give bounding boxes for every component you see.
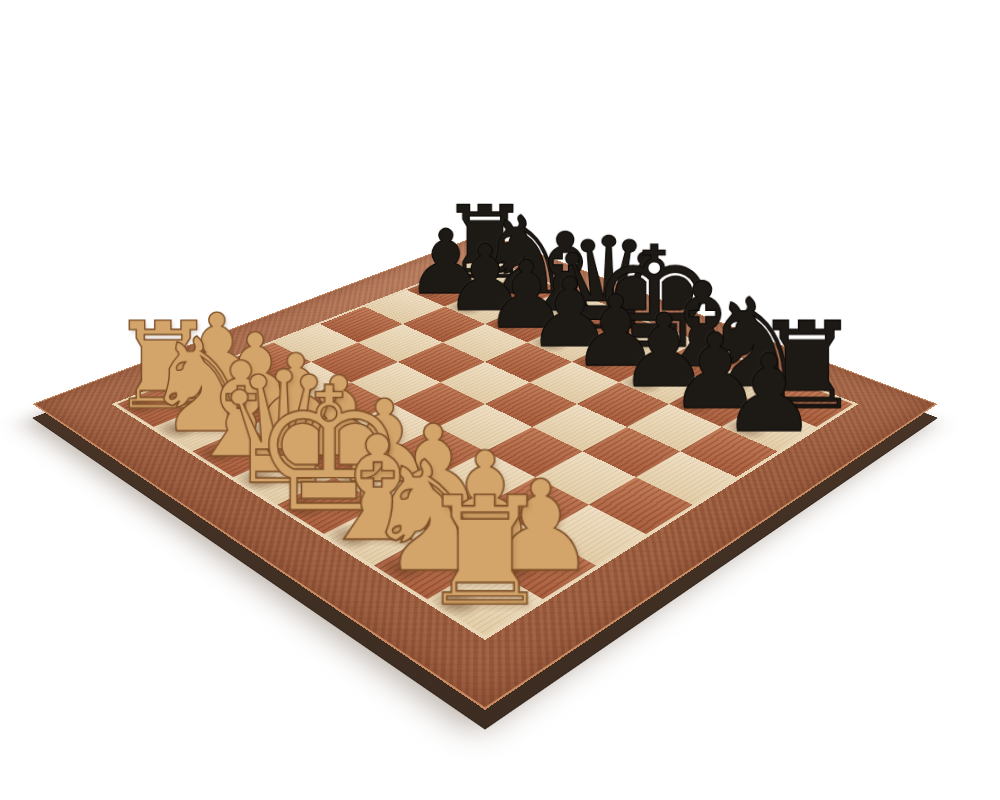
playing-area: ♜♞♝♛♚♝♞♜♟♟♟♟♟♟♟♟♟♟♟♟♟♟♟♟♜♞♝♛♚♝♞♜ — [112, 257, 859, 640]
square-h1[interactable]: ♜ — [427, 566, 542, 636]
black-pawn-glyph: ♟ — [656, 340, 883, 447]
square-h7[interactable]: ♟ — [722, 404, 817, 451]
chessboard: ♜♞♝♛♚♝♞♜♟♟♟♟♟♟♟♟♟♟♟♟♟♟♟♟♜♞♝♛♚♝♞♜ — [32, 233, 937, 710]
